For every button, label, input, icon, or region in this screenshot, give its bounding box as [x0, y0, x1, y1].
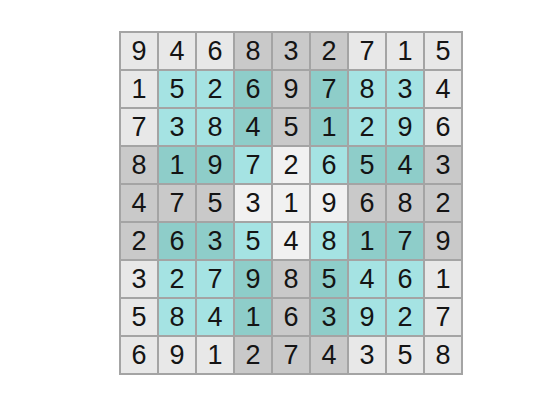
cell-r5c8[interactable]: 8 [386, 184, 424, 222]
cell-r3c2[interactable]: 3 [158, 108, 196, 146]
cell-r9c6[interactable]: 4 [310, 336, 348, 374]
cell-r5c6[interactable]: 9 [310, 184, 348, 222]
cell-r4c1[interactable]: 8 [120, 146, 158, 184]
cell-r9c3[interactable]: 1 [196, 336, 234, 374]
cell-r4c4[interactable]: 7 [234, 146, 272, 184]
cell-r5c9[interactable]: 2 [424, 184, 462, 222]
cell-r3c7[interactable]: 2 [348, 108, 386, 146]
sudoku-board: 9468327151526978347384512968197265434753… [119, 31, 463, 375]
page: 9468327151526978347384512968197265434753… [0, 0, 560, 420]
cell-r2c4[interactable]: 6 [234, 70, 272, 108]
cell-r9c8[interactable]: 5 [386, 336, 424, 374]
cell-r8c3[interactable]: 4 [196, 298, 234, 336]
cell-r6c7[interactable]: 1 [348, 222, 386, 260]
cell-r6c1[interactable]: 2 [120, 222, 158, 260]
cell-r4c7[interactable]: 5 [348, 146, 386, 184]
cell-r8c8[interactable]: 2 [386, 298, 424, 336]
cell-r5c7[interactable]: 6 [348, 184, 386, 222]
cell-r3c6[interactable]: 1 [310, 108, 348, 146]
cell-r1c6[interactable]: 2 [310, 32, 348, 70]
cell-r4c2[interactable]: 1 [158, 146, 196, 184]
cell-r9c1[interactable]: 6 [120, 336, 158, 374]
cell-r7c5[interactable]: 8 [272, 260, 310, 298]
cell-r5c2[interactable]: 7 [158, 184, 196, 222]
cell-r6c9[interactable]: 9 [424, 222, 462, 260]
cell-r9c9[interactable]: 8 [424, 336, 462, 374]
cell-r2c8[interactable]: 3 [386, 70, 424, 108]
cell-r1c4[interactable]: 8 [234, 32, 272, 70]
cell-r8c6[interactable]: 3 [310, 298, 348, 336]
cell-r4c5[interactable]: 2 [272, 146, 310, 184]
cell-r1c8[interactable]: 1 [386, 32, 424, 70]
cell-r9c7[interactable]: 3 [348, 336, 386, 374]
cell-r8c4[interactable]: 1 [234, 298, 272, 336]
cell-r1c7[interactable]: 7 [348, 32, 386, 70]
cell-r8c7[interactable]: 9 [348, 298, 386, 336]
cell-r1c9[interactable]: 5 [424, 32, 462, 70]
cell-r2c9[interactable]: 4 [424, 70, 462, 108]
cell-r3c5[interactable]: 5 [272, 108, 310, 146]
cell-r9c4[interactable]: 2 [234, 336, 272, 374]
cell-r4c9[interactable]: 3 [424, 146, 462, 184]
cell-r7c3[interactable]: 7 [196, 260, 234, 298]
cell-r3c3[interactable]: 8 [196, 108, 234, 146]
cell-r2c2[interactable]: 5 [158, 70, 196, 108]
cell-r5c1[interactable]: 4 [120, 184, 158, 222]
cell-r7c4[interactable]: 9 [234, 260, 272, 298]
cell-r6c4[interactable]: 5 [234, 222, 272, 260]
cell-r3c4[interactable]: 4 [234, 108, 272, 146]
cell-r6c6[interactable]: 8 [310, 222, 348, 260]
cell-r4c8[interactable]: 4 [386, 146, 424, 184]
cell-r7c2[interactable]: 2 [158, 260, 196, 298]
cell-r5c3[interactable]: 5 [196, 184, 234, 222]
cell-r3c9[interactable]: 6 [424, 108, 462, 146]
cell-r8c2[interactable]: 8 [158, 298, 196, 336]
cell-r6c8[interactable]: 7 [386, 222, 424, 260]
cell-r7c1[interactable]: 3 [120, 260, 158, 298]
cell-r7c7[interactable]: 4 [348, 260, 386, 298]
cell-r6c2[interactable]: 6 [158, 222, 196, 260]
cell-r6c5[interactable]: 4 [272, 222, 310, 260]
cell-r7c6[interactable]: 5 [310, 260, 348, 298]
cell-r2c1[interactable]: 1 [120, 70, 158, 108]
cell-r4c3[interactable]: 9 [196, 146, 234, 184]
cell-r7c8[interactable]: 6 [386, 260, 424, 298]
cell-r2c6[interactable]: 7 [310, 70, 348, 108]
cell-r9c5[interactable]: 7 [272, 336, 310, 374]
cell-r1c5[interactable]: 3 [272, 32, 310, 70]
cell-r5c5[interactable]: 1 [272, 184, 310, 222]
cell-r8c5[interactable]: 6 [272, 298, 310, 336]
cell-r1c3[interactable]: 6 [196, 32, 234, 70]
cell-r2c7[interactable]: 8 [348, 70, 386, 108]
cell-r2c3[interactable]: 2 [196, 70, 234, 108]
cell-r9c2[interactable]: 9 [158, 336, 196, 374]
cell-r8c9[interactable]: 7 [424, 298, 462, 336]
cell-r6c3[interactable]: 3 [196, 222, 234, 260]
cell-r4c6[interactable]: 6 [310, 146, 348, 184]
cell-r8c1[interactable]: 5 [120, 298, 158, 336]
cell-r3c1[interactable]: 7 [120, 108, 158, 146]
cell-r1c2[interactable]: 4 [158, 32, 196, 70]
cell-r1c1[interactable]: 9 [120, 32, 158, 70]
cell-r5c4[interactable]: 3 [234, 184, 272, 222]
cell-r7c9[interactable]: 1 [424, 260, 462, 298]
cell-r2c5[interactable]: 9 [272, 70, 310, 108]
cell-r3c8[interactable]: 9 [386, 108, 424, 146]
